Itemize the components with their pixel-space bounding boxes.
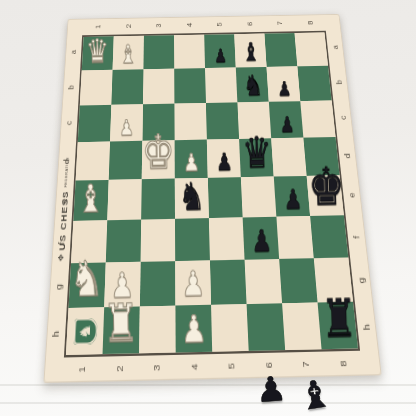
square-a7[interactable] bbox=[264, 33, 297, 67]
square-a2[interactable]: ♝ bbox=[113, 36, 144, 70]
square-h4[interactable]: ♟ bbox=[175, 305, 212, 353]
captured-black-bishop[interactable]: ♝ bbox=[295, 374, 335, 416]
square-g3[interactable] bbox=[140, 261, 176, 306]
square-h7[interactable] bbox=[282, 303, 321, 350]
white-rook-h2[interactable]: ♜ bbox=[102, 297, 139, 350]
square-b2[interactable] bbox=[111, 69, 143, 105]
black-queen-d6[interactable]: ♛ bbox=[241, 131, 271, 174]
square-h6[interactable] bbox=[247, 303, 286, 351]
square-f8[interactable] bbox=[310, 215, 348, 258]
square-h8[interactable]: ♜ bbox=[318, 302, 358, 349]
square-a4[interactable] bbox=[174, 35, 205, 69]
white-pawn-d4[interactable]: ♟ bbox=[182, 151, 199, 175]
white-queen-a1[interactable]: ♛ bbox=[86, 35, 109, 68]
square-f2[interactable] bbox=[106, 220, 141, 263]
black-pawn-c7[interactable]: ♟ bbox=[279, 114, 294, 136]
square-c8[interactable] bbox=[300, 101, 335, 138]
square-b8[interactable] bbox=[297, 66, 331, 101]
white-king-d3[interactable]: ♚ bbox=[141, 129, 174, 177]
square-e2[interactable] bbox=[107, 179, 141, 220]
us-chess-mark-icon: ✥ bbox=[56, 254, 64, 262]
white-pawn-g4[interactable]: ♟ bbox=[181, 267, 205, 302]
square-d2[interactable] bbox=[109, 141, 143, 180]
square-g4[interactable]: ♟ bbox=[175, 260, 211, 305]
square-e1[interactable]: ♝ bbox=[73, 180, 108, 221]
square-g7[interactable] bbox=[279, 258, 317, 303]
square-a6[interactable]: ♝ bbox=[234, 34, 266, 68]
square-h5[interactable] bbox=[211, 304, 249, 352]
photo-scene: 12345678 12345678 abcdefgh abcdefgh ✥ US… bbox=[0, 0, 416, 416]
square-e3[interactable] bbox=[141, 179, 175, 220]
square-e8[interactable]: ♚ bbox=[307, 175, 344, 216]
square-a5[interactable]: ♟ bbox=[204, 34, 236, 68]
white-bishop-a2[interactable]: ♝ bbox=[119, 41, 137, 67]
black-pawn-e7[interactable]: ♟ bbox=[283, 186, 302, 213]
square-e5[interactable] bbox=[208, 177, 243, 218]
white-bishop-e1[interactable]: ♝ bbox=[77, 179, 104, 218]
black-knight-e4[interactable]: ♞ bbox=[178, 177, 205, 216]
square-h1[interactable]: ♞ bbox=[66, 307, 104, 355]
board-grid: ♛♝♟♝♞♟♟♟♚♟♟♛♝♞♟♚♟♞♟♟♞♜♟♜ bbox=[64, 31, 360, 358]
square-b7[interactable]: ♟ bbox=[267, 66, 301, 101]
square-d5[interactable]: ♟ bbox=[207, 139, 241, 178]
square-c4[interactable] bbox=[174, 103, 206, 140]
square-g1[interactable]: ♞ bbox=[69, 263, 106, 308]
board-frame: 12345678 12345678 abcdefgh abcdefgh ✥ US… bbox=[43, 14, 381, 383]
black-bishop-a6[interactable]: ♝ bbox=[242, 39, 260, 65]
black-pawn-b7[interactable]: ♟ bbox=[277, 79, 291, 99]
black-pawn-a5[interactable]: ♟ bbox=[214, 47, 227, 66]
square-b3[interactable] bbox=[143, 69, 175, 105]
square-a8[interactable] bbox=[294, 32, 328, 66]
square-f7[interactable] bbox=[276, 216, 313, 259]
square-b4[interactable] bbox=[174, 68, 206, 104]
white-pawn-c2[interactable]: ♟ bbox=[119, 117, 134, 139]
square-a3[interactable] bbox=[143, 35, 174, 69]
captured-black-pawn[interactable]: ♟ bbox=[255, 371, 288, 407]
square-h3[interactable] bbox=[139, 306, 176, 354]
square-e7[interactable]: ♟ bbox=[274, 176, 310, 217]
square-d7[interactable] bbox=[271, 138, 306, 177]
tablecloth-fold bbox=[0, 402, 416, 404]
square-b5[interactable] bbox=[205, 68, 237, 104]
us-chess-shield-logo: ♞ bbox=[73, 317, 97, 344]
black-rook-h8[interactable]: ♜ bbox=[320, 292, 357, 345]
square-h2[interactable]: ♜ bbox=[103, 306, 140, 354]
white-pawn-h4[interactable]: ♟ bbox=[180, 310, 207, 349]
square-b1[interactable] bbox=[80, 70, 113, 106]
square-a1[interactable]: ♛ bbox=[82, 36, 114, 70]
square-f3[interactable] bbox=[141, 219, 176, 262]
square-g6[interactable] bbox=[245, 259, 283, 304]
square-c2[interactable]: ♟ bbox=[110, 104, 143, 141]
black-pawn-f6[interactable]: ♟ bbox=[251, 226, 272, 256]
square-f5[interactable] bbox=[209, 217, 245, 260]
square-f4[interactable] bbox=[175, 218, 210, 261]
square-e6[interactable] bbox=[241, 177, 277, 218]
square-d3[interactable]: ♚ bbox=[142, 140, 175, 179]
black-king-e8[interactable]: ♚ bbox=[307, 159, 345, 212]
board-perspective-wrap: 12345678 12345678 abcdefgh abcdefgh ✥ US… bbox=[43, 14, 381, 383]
white-knight-g1[interactable]: ♞ bbox=[69, 255, 103, 304]
tablecloth-fold bbox=[0, 384, 416, 386]
square-g5[interactable] bbox=[210, 260, 247, 305]
logo-knight-icon: ♞ bbox=[78, 323, 93, 340]
square-d6[interactable]: ♛ bbox=[239, 138, 274, 177]
square-b6[interactable]: ♞ bbox=[236, 67, 269, 102]
square-f6[interactable]: ♟ bbox=[243, 217, 280, 260]
square-e4[interactable]: ♞ bbox=[175, 178, 209, 219]
square-c5[interactable] bbox=[206, 102, 239, 139]
black-pawn-d5[interactable]: ♟ bbox=[215, 150, 232, 174]
square-c7[interactable]: ♟ bbox=[269, 101, 304, 138]
square-c1[interactable] bbox=[78, 105, 112, 142]
black-knight-b6[interactable]: ♞ bbox=[243, 71, 263, 99]
